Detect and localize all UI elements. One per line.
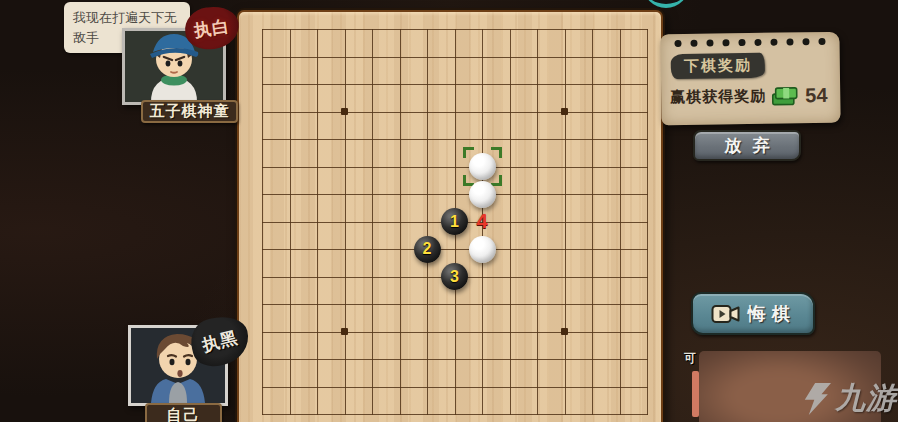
- opponent-name-plate: 五子棋神童: [141, 100, 238, 123]
- game-screen: 1234 我现在打遍天下无 敌手 执白 五子棋神童: [0, 0, 898, 422]
- white-stone: [469, 153, 496, 180]
- jiuyou-logo-icon: [804, 381, 831, 417]
- star-point: [341, 108, 348, 115]
- reward-amount: 54: [805, 84, 828, 107]
- move-number: 1: [441, 208, 468, 235]
- reward-title-banner: 下棋奖励: [671, 53, 765, 79]
- black-stone: 2: [414, 236, 441, 263]
- hint-move-marker[interactable]: 4: [469, 208, 496, 235]
- partial-text: 可: [684, 350, 696, 367]
- cash-stack-icon: [771, 85, 798, 106]
- watermark-text: 九游: [835, 378, 897, 419]
- video-camera-icon: [711, 302, 741, 326]
- jiuyou-watermark: 九游: [804, 378, 897, 419]
- move-number: 2: [414, 236, 441, 263]
- star-point: [561, 328, 568, 335]
- black-stone: 3: [441, 263, 468, 290]
- white-stone: [469, 236, 496, 263]
- binder-dots: [660, 32, 839, 47]
- undo-button-label: 悔棋: [748, 302, 796, 326]
- undo-move-button[interactable]: 悔棋: [691, 292, 815, 335]
- player-name-plate: 自己: [145, 403, 222, 422]
- top-edge-button-sliver[interactable]: [643, 0, 689, 8]
- black-stone: 1: [441, 208, 468, 235]
- star-point: [561, 108, 568, 115]
- salmon-bar: [692, 371, 699, 417]
- move-number: 3: [441, 263, 468, 290]
- reward-line-label: 赢棋获得奖励: [670, 87, 766, 107]
- white-stone: [469, 181, 496, 208]
- reward-panel: 下棋奖励 赢棋获得奖励 54: [660, 32, 840, 125]
- star-point: [341, 328, 348, 335]
- board-grid[interactable]: 1234: [262, 29, 648, 415]
- give-up-button[interactable]: 放弃: [693, 130, 801, 161]
